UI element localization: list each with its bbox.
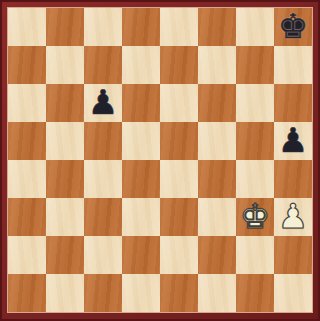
square-e8[interactable] bbox=[160, 8, 198, 46]
square-e7[interactable] bbox=[160, 46, 198, 84]
piece-black-pawn[interactable]: ♟ bbox=[88, 85, 118, 119]
square-a7[interactable] bbox=[8, 46, 46, 84]
square-h4[interactable] bbox=[274, 160, 312, 198]
square-c3[interactable] bbox=[84, 198, 122, 236]
square-a1[interactable] bbox=[8, 274, 46, 312]
piece-white-pawn[interactable]: ♟ bbox=[278, 199, 308, 233]
square-f5[interactable] bbox=[198, 122, 236, 160]
square-h8[interactable]: ♚ bbox=[274, 8, 312, 46]
square-c2[interactable] bbox=[84, 236, 122, 274]
square-h7[interactable] bbox=[274, 46, 312, 84]
square-e5[interactable] bbox=[160, 122, 198, 160]
square-h1[interactable] bbox=[274, 274, 312, 312]
square-f4[interactable] bbox=[198, 160, 236, 198]
square-f6[interactable] bbox=[198, 84, 236, 122]
square-b8[interactable] bbox=[46, 8, 84, 46]
square-d4[interactable] bbox=[122, 160, 160, 198]
square-d7[interactable] bbox=[122, 46, 160, 84]
square-b1[interactable] bbox=[46, 274, 84, 312]
square-d8[interactable] bbox=[122, 8, 160, 46]
square-a3[interactable] bbox=[8, 198, 46, 236]
square-e4[interactable] bbox=[160, 160, 198, 198]
square-g6[interactable] bbox=[236, 84, 274, 122]
square-b6[interactable] bbox=[46, 84, 84, 122]
square-d3[interactable] bbox=[122, 198, 160, 236]
square-b7[interactable] bbox=[46, 46, 84, 84]
board-frame: ♚♟♟♚♟ bbox=[0, 0, 320, 321]
square-c5[interactable] bbox=[84, 122, 122, 160]
square-f2[interactable] bbox=[198, 236, 236, 274]
square-e3[interactable] bbox=[160, 198, 198, 236]
square-f3[interactable] bbox=[198, 198, 236, 236]
square-d5[interactable] bbox=[122, 122, 160, 160]
square-e6[interactable] bbox=[160, 84, 198, 122]
square-d1[interactable] bbox=[122, 274, 160, 312]
square-d2[interactable] bbox=[122, 236, 160, 274]
square-g1[interactable] bbox=[236, 274, 274, 312]
square-b5[interactable] bbox=[46, 122, 84, 160]
square-c8[interactable] bbox=[84, 8, 122, 46]
square-g7[interactable] bbox=[236, 46, 274, 84]
square-d6[interactable] bbox=[122, 84, 160, 122]
square-b2[interactable] bbox=[46, 236, 84, 274]
square-h2[interactable] bbox=[274, 236, 312, 274]
square-f1[interactable] bbox=[198, 274, 236, 312]
square-f7[interactable] bbox=[198, 46, 236, 84]
piece-black-king[interactable]: ♚ bbox=[278, 9, 308, 43]
square-b3[interactable] bbox=[46, 198, 84, 236]
square-h5[interactable]: ♟ bbox=[274, 122, 312, 160]
square-a5[interactable] bbox=[8, 122, 46, 160]
square-e1[interactable] bbox=[160, 274, 198, 312]
square-f8[interactable] bbox=[198, 8, 236, 46]
square-h3[interactable]: ♟ bbox=[274, 198, 312, 236]
square-g4[interactable] bbox=[236, 160, 274, 198]
square-b4[interactable] bbox=[46, 160, 84, 198]
square-c7[interactable] bbox=[84, 46, 122, 84]
square-c4[interactable] bbox=[84, 160, 122, 198]
square-e2[interactable] bbox=[160, 236, 198, 274]
square-g5[interactable] bbox=[236, 122, 274, 160]
piece-black-pawn[interactable]: ♟ bbox=[278, 123, 308, 157]
chess-board: ♚♟♟♚♟ bbox=[7, 7, 313, 313]
square-a6[interactable] bbox=[8, 84, 46, 122]
square-g8[interactable] bbox=[236, 8, 274, 46]
square-a8[interactable] bbox=[8, 8, 46, 46]
square-a2[interactable] bbox=[8, 236, 46, 274]
square-g3[interactable]: ♚ bbox=[236, 198, 274, 236]
square-c1[interactable] bbox=[84, 274, 122, 312]
square-h6[interactable] bbox=[274, 84, 312, 122]
square-c6[interactable]: ♟ bbox=[84, 84, 122, 122]
square-a4[interactable] bbox=[8, 160, 46, 198]
piece-white-king[interactable]: ♚ bbox=[240, 199, 270, 233]
square-g2[interactable] bbox=[236, 236, 274, 274]
